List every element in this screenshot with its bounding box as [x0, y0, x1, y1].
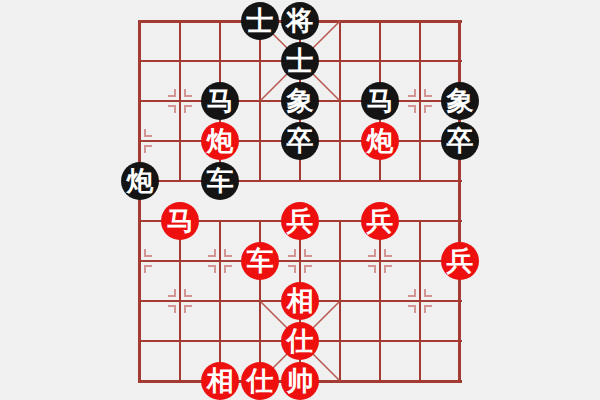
point-marker: [408, 89, 416, 97]
file-line-lower: [379, 220, 381, 382]
point-marker: [184, 89, 192, 97]
point-marker: [144, 265, 152, 273]
point-marker: [368, 249, 376, 257]
point-marker: [224, 249, 232, 257]
red-elephant[interactable]: 相: [281, 282, 319, 320]
file-line-upper: [259, 20, 261, 182]
point-marker: [424, 289, 432, 297]
red-horse[interactable]: 马: [161, 202, 199, 240]
red-advisor[interactable]: 仕: [281, 322, 319, 360]
point-marker: [144, 129, 152, 137]
point-marker: [144, 249, 152, 257]
black-general[interactable]: 将: [281, 2, 319, 40]
black-chariot[interactable]: 车: [201, 162, 239, 200]
black-elephant[interactable]: 象: [441, 82, 479, 120]
black-soldier[interactable]: 卒: [441, 122, 479, 160]
red-soldier[interactable]: 兵: [281, 202, 319, 240]
point-marker: [184, 105, 192, 113]
file-line-edge: [138, 20, 141, 382]
point-marker: [144, 145, 152, 153]
black-cannon[interactable]: 炮: [121, 162, 159, 200]
file-line-lower: [179, 220, 181, 382]
point-marker: [224, 265, 232, 273]
point-marker: [208, 249, 216, 257]
point-marker: [168, 305, 176, 313]
file-line-lower: [419, 220, 421, 382]
xiangqi-board[interactable]: 士将士马象马象炮卒炮卒炮车马兵兵车兵相仕相仕帅: [0, 0, 600, 400]
red-advisor[interactable]: 仕: [241, 362, 279, 400]
red-elephant[interactable]: 相: [201, 362, 239, 400]
black-elephant[interactable]: 象: [281, 82, 319, 120]
file-line-upper: [339, 20, 341, 182]
red-soldier[interactable]: 兵: [441, 242, 479, 280]
point-marker: [424, 305, 432, 313]
point-marker: [168, 105, 176, 113]
point-marker: [424, 105, 432, 113]
point-marker: [168, 89, 176, 97]
point-marker: [184, 289, 192, 297]
black-advisor[interactable]: 士: [241, 2, 279, 40]
file-line-edge: [458, 20, 461, 382]
black-advisor[interactable]: 士: [281, 42, 319, 80]
point-marker: [288, 249, 296, 257]
point-marker: [168, 289, 176, 297]
file-line-lower: [219, 220, 221, 382]
red-general[interactable]: 帅: [281, 362, 319, 400]
black-horse[interactable]: 马: [361, 82, 399, 120]
red-soldier[interactable]: 兵: [361, 202, 399, 240]
point-marker: [408, 105, 416, 113]
point-marker: [384, 249, 392, 257]
black-horse[interactable]: 马: [201, 82, 239, 120]
xiangqi-app: 士将士马象马象炮卒炮卒炮车马兵兵车兵相仕相仕帅: [0, 0, 600, 400]
red-cannon[interactable]: 炮: [361, 122, 399, 160]
point-marker: [384, 265, 392, 273]
file-line-lower: [339, 220, 341, 382]
point-marker: [368, 265, 376, 273]
point-marker: [304, 249, 312, 257]
file-line-upper: [179, 20, 181, 182]
point-marker: [408, 305, 416, 313]
red-chariot[interactable]: 车: [241, 242, 279, 280]
point-marker: [424, 89, 432, 97]
point-marker: [208, 265, 216, 273]
black-soldier[interactable]: 卒: [281, 122, 319, 160]
point-marker: [304, 265, 312, 273]
red-cannon[interactable]: 炮: [201, 122, 239, 160]
point-marker: [408, 289, 416, 297]
point-marker: [288, 265, 296, 273]
file-line-upper: [419, 20, 421, 182]
point-marker: [184, 305, 192, 313]
